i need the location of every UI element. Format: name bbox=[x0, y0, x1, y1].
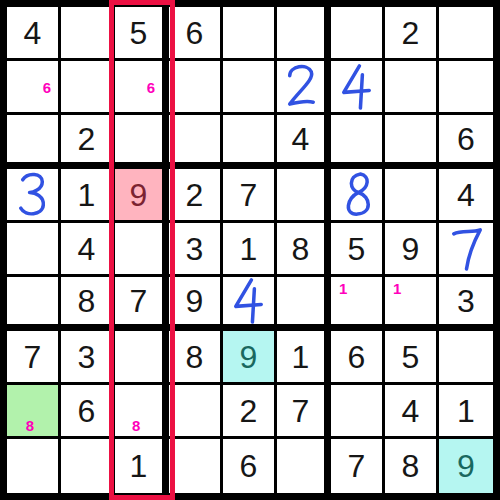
given-digit: 4 bbox=[24, 17, 42, 49]
pencil-mark: 6 bbox=[43, 79, 51, 94]
sudoku-app: 4562662461927443185987911373891658682741… bbox=[0, 0, 500, 500]
given-digit: 3 bbox=[78, 341, 96, 373]
given-digit: 6 bbox=[348, 341, 366, 373]
cell-r2c4[interactable] bbox=[169, 61, 223, 115]
cell-r1c1[interactable]: 4 bbox=[7, 7, 61, 61]
given-digit: 6 bbox=[457, 123, 475, 155]
cell-r8c6[interactable]: 7 bbox=[277, 385, 331, 439]
given-digit: 9 bbox=[457, 450, 475, 482]
cell-r5c3[interactable] bbox=[115, 223, 169, 277]
cell-r4c7[interactable] bbox=[331, 169, 385, 223]
given-digit: 9 bbox=[130, 179, 148, 211]
given-digit: 2 bbox=[402, 17, 420, 49]
given-digit: 4 bbox=[78, 233, 96, 265]
cell-r2c2[interactable] bbox=[61, 61, 115, 115]
cell-r6c8[interactable]: 1 bbox=[385, 277, 439, 331]
cell-r8c8[interactable]: 4 bbox=[385, 385, 439, 439]
handwritten-digit-8 bbox=[338, 170, 375, 219]
cell-r8c5[interactable]: 2 bbox=[223, 385, 277, 439]
pencil-mark: 6 bbox=[147, 79, 155, 94]
cell-r9c1[interactable] bbox=[7, 439, 61, 493]
given-digit: 7 bbox=[130, 285, 148, 317]
cell-r5c4[interactable]: 3 bbox=[169, 223, 223, 277]
given-digit: 8 bbox=[402, 450, 420, 482]
given-digit: 6 bbox=[240, 450, 258, 482]
given-digit: 8 bbox=[292, 233, 310, 265]
handwritten-digit-7 bbox=[448, 224, 485, 273]
given-digit: 7 bbox=[24, 341, 42, 373]
handwritten-digit-4 bbox=[338, 62, 375, 111]
cell-r4c5[interactable]: 7 bbox=[223, 169, 277, 223]
cell-r6c3[interactable]: 7 bbox=[115, 277, 169, 331]
cell-r1c4[interactable]: 6 bbox=[169, 7, 223, 61]
cell-r9c6[interactable] bbox=[277, 439, 331, 493]
given-digit: 4 bbox=[402, 395, 420, 427]
given-digit: 6 bbox=[186, 17, 204, 49]
cell-r9c5[interactable]: 6 bbox=[223, 439, 277, 493]
cell-r4c3[interactable]: 9 bbox=[115, 169, 169, 223]
cell-r1c9[interactable] bbox=[439, 7, 493, 61]
given-digit: 1 bbox=[292, 341, 310, 373]
given-digit: 9 bbox=[402, 233, 420, 265]
cell-r9c2[interactable] bbox=[61, 439, 115, 493]
handwritten-digit-3 bbox=[14, 170, 51, 219]
cell-r3c5[interactable] bbox=[223, 115, 277, 169]
sudoku-board: 4562662461927443185987911373891658682741… bbox=[0, 0, 500, 500]
given-digit: 3 bbox=[186, 233, 204, 265]
cell-r7c2[interactable]: 3 bbox=[61, 331, 115, 385]
cell-r3c6[interactable]: 4 bbox=[277, 115, 331, 169]
cell-r1c2[interactable] bbox=[61, 7, 115, 61]
cell-r8c2[interactable]: 6 bbox=[61, 385, 115, 439]
pencil-mark: 1 bbox=[393, 281, 401, 296]
cell-r7c5[interactable]: 9 bbox=[223, 331, 277, 385]
pencil-mark: 1 bbox=[339, 281, 347, 296]
cell-r2c9[interactable] bbox=[439, 61, 493, 115]
cell-r4c4[interactable]: 2 bbox=[169, 169, 223, 223]
cell-r9c7[interactable]: 7 bbox=[331, 439, 385, 493]
given-digit: 4 bbox=[457, 179, 475, 211]
pencil-mark: 8 bbox=[132, 418, 140, 433]
cell-r7c9[interactable] bbox=[439, 331, 493, 385]
cell-r9c3[interactable]: 1 bbox=[115, 439, 169, 493]
cell-r1c3[interactable]: 5 bbox=[115, 7, 169, 61]
given-digit: 6 bbox=[78, 395, 96, 427]
cell-r5c6[interactable]: 8 bbox=[277, 223, 331, 277]
given-digit: 5 bbox=[348, 233, 366, 265]
cell-r3c9[interactable]: 6 bbox=[439, 115, 493, 169]
given-digit: 1 bbox=[78, 179, 96, 211]
cell-r2c3[interactable]: 6 bbox=[115, 61, 169, 115]
cell-r3c3[interactable] bbox=[115, 115, 169, 169]
handwritten-digit-4 bbox=[230, 276, 267, 325]
pencil-mark: 8 bbox=[26, 418, 34, 433]
given-digit: 8 bbox=[78, 285, 96, 317]
cell-r2c1[interactable]: 6 bbox=[7, 61, 61, 115]
cell-r4c2[interactable]: 1 bbox=[61, 169, 115, 223]
given-digit: 2 bbox=[240, 395, 258, 427]
handwritten-digit-2 bbox=[282, 62, 319, 111]
given-digit: 1 bbox=[130, 450, 148, 482]
given-digit: 1 bbox=[240, 233, 258, 265]
cell-r7c1[interactable]: 7 bbox=[7, 331, 61, 385]
cell-r7c8[interactable]: 5 bbox=[385, 331, 439, 385]
cell-r5c5[interactable]: 1 bbox=[223, 223, 277, 277]
cell-r2c5[interactable] bbox=[223, 61, 277, 115]
cell-r8c9[interactable]: 1 bbox=[439, 385, 493, 439]
cell-r7c4[interactable]: 8 bbox=[169, 331, 223, 385]
cell-r6c9[interactable]: 3 bbox=[439, 277, 493, 331]
cell-r9c8[interactable]: 8 bbox=[385, 439, 439, 493]
given-digit: 2 bbox=[78, 123, 96, 155]
given-digit: 2 bbox=[186, 179, 204, 211]
cell-r6c1[interactable] bbox=[7, 277, 61, 331]
cell-r5c7[interactable]: 5 bbox=[331, 223, 385, 277]
cell-r7c3[interactable] bbox=[115, 331, 169, 385]
cell-r2c6[interactable] bbox=[277, 61, 331, 115]
cell-r6c5[interactable] bbox=[223, 277, 277, 331]
cell-r5c1[interactable] bbox=[7, 223, 61, 277]
given-digit: 7 bbox=[348, 450, 366, 482]
cell-r8c4[interactable] bbox=[169, 385, 223, 439]
cell-r8c3[interactable]: 8 bbox=[115, 385, 169, 439]
cell-r9c4[interactable] bbox=[169, 439, 223, 493]
cell-r6c2[interactable]: 8 bbox=[61, 277, 115, 331]
cell-r6c6[interactable] bbox=[277, 277, 331, 331]
cell-r6c4[interactable]: 9 bbox=[169, 277, 223, 331]
given-digit: 3 bbox=[457, 285, 475, 317]
cell-r4c9[interactable]: 4 bbox=[439, 169, 493, 223]
cell-r9c9[interactable]: 9 bbox=[439, 439, 493, 493]
cell-r1c7[interactable] bbox=[331, 7, 385, 61]
cell-r7c7[interactable]: 6 bbox=[331, 331, 385, 385]
given-digit: 1 bbox=[457, 395, 475, 427]
cell-r4c1[interactable] bbox=[7, 169, 61, 223]
cell-r3c4[interactable] bbox=[169, 115, 223, 169]
cell-r3c7[interactable] bbox=[331, 115, 385, 169]
cell-r1c6[interactable] bbox=[277, 7, 331, 61]
given-digit: 9 bbox=[186, 285, 204, 317]
cell-r1c5[interactable] bbox=[223, 7, 277, 61]
given-digit: 9 bbox=[240, 341, 258, 373]
given-digit: 5 bbox=[402, 341, 420, 373]
cell-r3c8[interactable] bbox=[385, 115, 439, 169]
cell-r7c6[interactable]: 1 bbox=[277, 331, 331, 385]
cell-r8c7[interactable] bbox=[331, 385, 385, 439]
cell-r5c2[interactable]: 4 bbox=[61, 223, 115, 277]
cell-r4c6[interactable] bbox=[277, 169, 331, 223]
cell-r5c9[interactable] bbox=[439, 223, 493, 277]
given-digit: 5 bbox=[130, 17, 148, 49]
given-digit: 4 bbox=[292, 123, 310, 155]
cell-r5c8[interactable]: 9 bbox=[385, 223, 439, 277]
given-digit: 8 bbox=[186, 341, 204, 373]
cell-r3c2[interactable]: 2 bbox=[61, 115, 115, 169]
cell-r4c8[interactable] bbox=[385, 169, 439, 223]
cell-r6c7[interactable]: 1 bbox=[331, 277, 385, 331]
cell-r8c1[interactable]: 8 bbox=[7, 385, 61, 439]
given-digit: 7 bbox=[240, 179, 258, 211]
given-digit: 7 bbox=[292, 395, 310, 427]
cell-r3c1[interactable] bbox=[7, 115, 61, 169]
cell-r2c8[interactable] bbox=[385, 61, 439, 115]
cell-r1c8[interactable]: 2 bbox=[385, 7, 439, 61]
cell-r2c7[interactable] bbox=[331, 61, 385, 115]
